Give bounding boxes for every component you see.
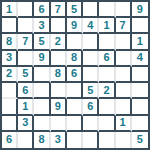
given-digit: 9	[71, 20, 77, 31]
sudoku-cell-r2c7[interactable]: 1	[99, 18, 115, 34]
sudoku-cell-r5c2[interactable]: 5	[18, 67, 34, 83]
sudoku-cell-r6c4[interactable]	[51, 83, 67, 99]
sudoku-cell-r3c9[interactable]: 1	[132, 34, 148, 50]
sudoku-cell-r8c1[interactable]	[2, 116, 18, 132]
sudoku-cell-r9c8[interactable]	[116, 132, 132, 148]
sudoku-cell-r4c7[interactable]: 6	[99, 51, 115, 67]
sudoku-cell-r4c8[interactable]	[116, 51, 132, 67]
given-digit: 1	[6, 4, 12, 15]
sudoku-cell-r5c7[interactable]	[99, 67, 115, 83]
sudoku-cell-r5c6[interactable]	[83, 67, 99, 83]
sudoku-cell-r4c1[interactable]: 3	[2, 51, 18, 67]
sudoku-cell-r1c2[interactable]	[18, 2, 34, 18]
sudoku-cell-r8c4[interactable]	[51, 116, 67, 132]
given-digit: 3	[6, 52, 12, 63]
sudoku-cell-r6c8[interactable]	[116, 83, 132, 99]
sudoku-cell-r1c6[interactable]	[83, 2, 99, 18]
sudoku-cell-r7c3[interactable]	[34, 99, 50, 115]
sudoku-cell-r8c6[interactable]	[83, 116, 99, 132]
given-digit: 3	[55, 134, 61, 145]
given-digit: 5	[87, 85, 93, 96]
sudoku-cell-r7c7[interactable]	[99, 99, 115, 115]
sudoku-cell-r3c8[interactable]	[116, 34, 132, 50]
given-digit: 4	[87, 20, 93, 31]
given-digit: 9	[55, 101, 61, 112]
given-digit: 9	[38, 52, 44, 63]
sudoku-cell-r7c9[interactable]	[132, 99, 148, 115]
sudoku-cell-r6c2[interactable]: 6	[18, 83, 34, 99]
given-digit: 3	[22, 117, 28, 128]
sudoku-cell-r1c3[interactable]: 6	[34, 2, 50, 18]
sudoku-cell-r2c4[interactable]	[51, 18, 67, 34]
given-digit: 5	[71, 4, 77, 15]
given-digit: 1	[120, 117, 126, 128]
given-digit: 7	[55, 4, 61, 15]
sudoku-cell-r8c3[interactable]	[34, 116, 50, 132]
sudoku-cell-r5c1[interactable]: 2	[2, 67, 18, 83]
sudoku-cell-r9c4[interactable]: 3	[51, 132, 67, 148]
sudoku-cell-r3c1[interactable]: 8	[2, 34, 18, 50]
given-digit: 6	[71, 68, 77, 79]
sudoku-cell-r5c3[interactable]	[34, 67, 50, 83]
sudoku-cell-r9c7[interactable]	[99, 132, 115, 148]
sudoku-cell-r3c5[interactable]	[67, 34, 83, 50]
sudoku-cell-r3c3[interactable]: 5	[34, 34, 50, 50]
sudoku-cell-r1c9[interactable]: 9	[132, 2, 148, 18]
sudoku-cell-r6c9[interactable]	[132, 83, 148, 99]
sudoku-cell-r1c1[interactable]: 1	[2, 2, 18, 18]
sudoku-cell-r1c5[interactable]: 5	[67, 2, 83, 18]
given-digit: 7	[120, 20, 126, 31]
given-digit: 8	[55, 68, 61, 79]
sudoku-cell-r7c2[interactable]: 1	[18, 99, 34, 115]
sudoku-cell-r4c3[interactable]: 9	[34, 51, 50, 67]
sudoku-cell-r9c6[interactable]	[83, 132, 99, 148]
sudoku-cell-r8c7[interactable]	[99, 116, 115, 132]
sudoku-cell-r2c1[interactable]	[2, 18, 18, 34]
sudoku-cell-r5c5[interactable]: 6	[67, 67, 83, 83]
given-digit: 6	[22, 85, 28, 96]
sudoku-cell-r5c9[interactable]	[132, 67, 148, 83]
given-digit: 7	[22, 36, 28, 47]
given-digit: 6	[38, 4, 44, 15]
sudoku-cell-r9c3[interactable]: 8	[34, 132, 50, 148]
sudoku-cell-r1c4[interactable]: 7	[51, 2, 67, 18]
sudoku-cell-r3c4[interactable]: 2	[51, 34, 67, 50]
given-digit: 1	[137, 36, 143, 47]
sudoku-cell-r7c6[interactable]: 6	[83, 99, 99, 115]
sudoku-cell-r4c2[interactable]	[18, 51, 34, 67]
sudoku-cell-r1c8[interactable]	[116, 2, 132, 18]
sudoku-cell-r9c5[interactable]	[67, 132, 83, 148]
given-digit: 1	[103, 20, 109, 31]
sudoku-cell-r4c5[interactable]: 8	[67, 51, 83, 67]
sudoku-cell-r8c2[interactable]: 3	[18, 116, 34, 132]
sudoku-cell-r4c6[interactable]	[83, 51, 99, 67]
sudoku-cell-r1c7[interactable]	[99, 2, 115, 18]
sudoku-cell-r9c1[interactable]: 6	[2, 132, 18, 148]
sudoku-cell-r8c9[interactable]	[132, 116, 148, 132]
sudoku-board: 167593941787521398642586652196316835	[0, 0, 150, 150]
sudoku-cell-r7c4[interactable]: 9	[51, 99, 67, 115]
given-digit: 1	[22, 101, 28, 112]
sudoku-cell-r9c2[interactable]	[18, 132, 34, 148]
sudoku-cell-r6c7[interactable]: 2	[99, 83, 115, 99]
sudoku-cell-r3c6[interactable]	[83, 34, 99, 50]
given-digit: 6	[87, 101, 93, 112]
sudoku-cell-r2c2[interactable]	[18, 18, 34, 34]
given-digit: 8	[6, 36, 12, 47]
sudoku-cell-r7c1[interactable]	[2, 99, 18, 115]
sudoku-cell-r5c8[interactable]	[116, 67, 132, 83]
given-digit: 8	[71, 52, 77, 63]
sudoku-cell-r6c3[interactable]	[34, 83, 50, 99]
given-digit: 4	[137, 52, 143, 63]
sudoku-cell-r9c9[interactable]: 5	[132, 132, 148, 148]
sudoku-cell-r2c5[interactable]: 9	[67, 18, 83, 34]
given-digit: 2	[103, 85, 109, 96]
sudoku-cell-r2c8[interactable]: 7	[116, 18, 132, 34]
sudoku-cell-r4c4[interactable]	[51, 51, 67, 67]
given-digit: 2	[55, 36, 61, 47]
sudoku-cell-r6c5[interactable]	[67, 83, 83, 99]
given-digit: 8	[38, 134, 44, 145]
sudoku-cell-r6c1[interactable]	[2, 83, 18, 99]
given-digit: 2	[6, 68, 12, 79]
given-digit: 3	[38, 20, 44, 31]
sudoku-cell-r2c9[interactable]	[132, 18, 148, 34]
sudoku-cell-r8c8[interactable]: 1	[116, 116, 132, 132]
sudoku-cell-r5c4[interactable]: 8	[51, 67, 67, 83]
given-digit: 6	[6, 134, 12, 145]
sudoku-cell-r2c6[interactable]: 4	[83, 18, 99, 34]
sudoku-cell-r3c7[interactable]	[99, 34, 115, 50]
given-digit: 5	[38, 36, 44, 47]
given-digit: 9	[137, 4, 143, 15]
sudoku-cell-r2c3[interactable]: 3	[34, 18, 50, 34]
given-digit: 5	[137, 134, 143, 145]
sudoku-cell-r4c9[interactable]: 4	[132, 51, 148, 67]
sudoku-cell-r6c6[interactable]: 5	[83, 83, 99, 99]
sudoku-cell-r8c5[interactable]	[67, 116, 83, 132]
sudoku-cell-r3c2[interactable]: 7	[18, 34, 34, 50]
given-digit: 6	[103, 52, 109, 63]
sudoku-cell-r7c8[interactable]	[116, 99, 132, 115]
given-digit: 5	[22, 68, 28, 79]
sudoku-cell-r7c5[interactable]	[67, 99, 83, 115]
